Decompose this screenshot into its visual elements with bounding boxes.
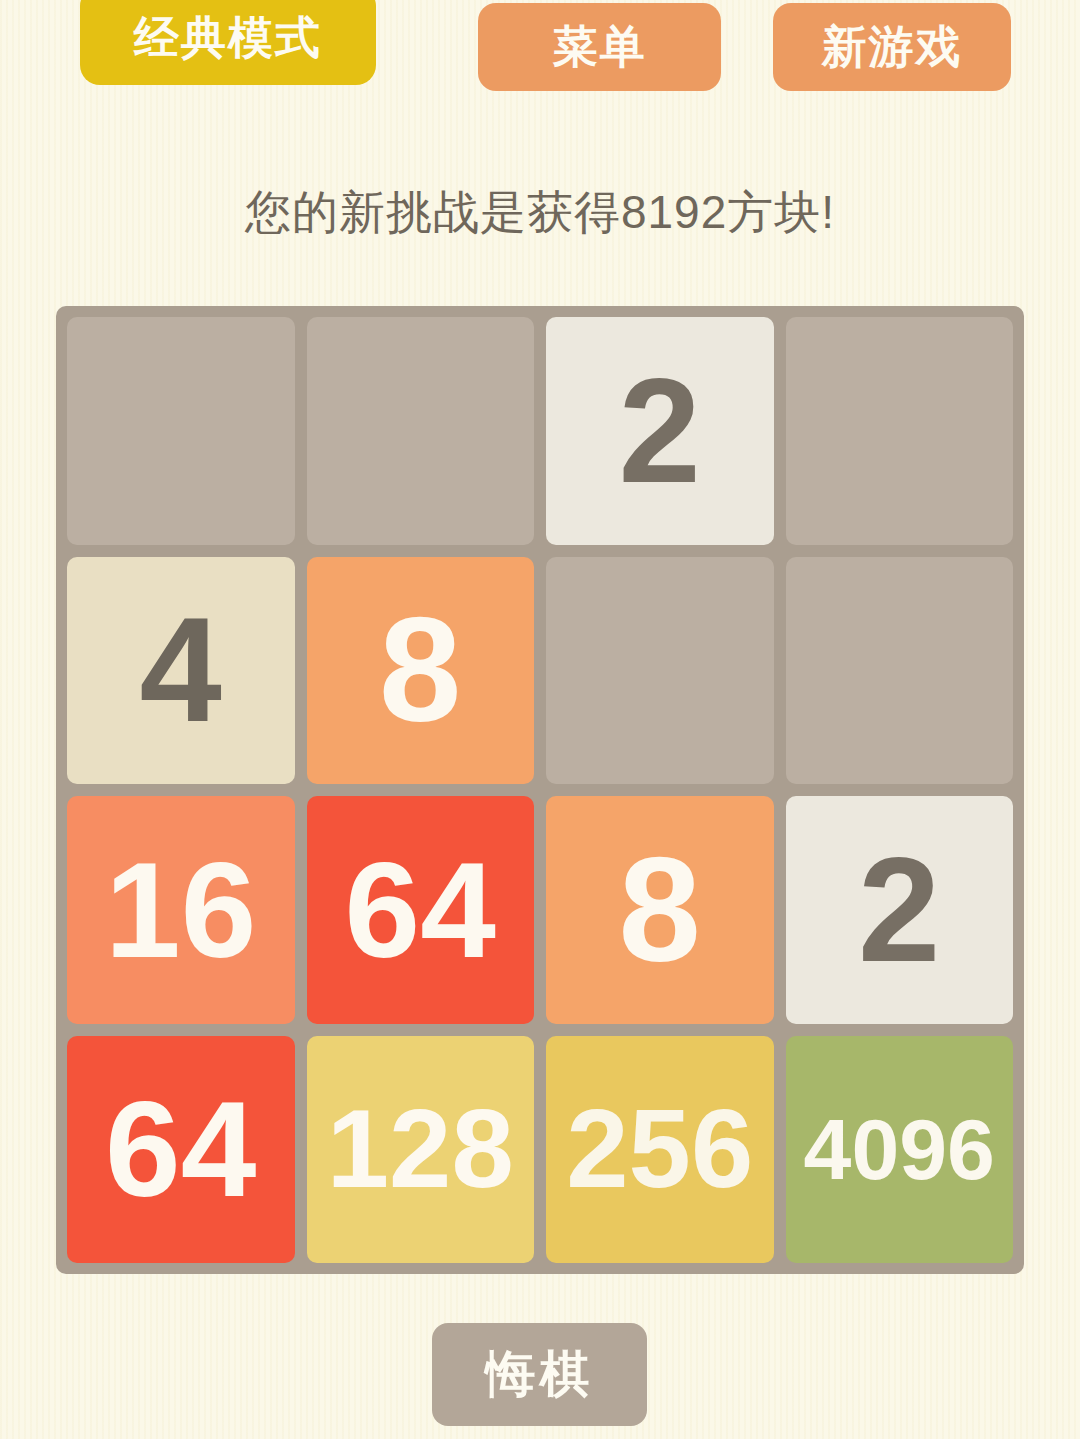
tile-4: 4 (67, 557, 295, 785)
challenge-text: 您的新挑战是获得8192方块! (0, 182, 1080, 244)
tile-64: 64 (307, 796, 535, 1024)
game-screen: 经典模式 菜单 新游戏 您的新挑战是获得8192方块! 248166482641… (0, 0, 1080, 1439)
empty-cell (307, 317, 535, 545)
empty-cell (786, 557, 1014, 785)
classic-mode-button[interactable]: 经典模式 (80, 0, 376, 85)
undo-button[interactable]: 悔棋 (432, 1323, 647, 1426)
tile-256: 256 (546, 1036, 774, 1264)
tile-8: 8 (307, 557, 535, 785)
tile-2: 2 (786, 796, 1014, 1024)
board-grid[interactable]: 248166482641282564096 (56, 306, 1024, 1274)
empty-cell (786, 317, 1014, 545)
tile-8: 8 (546, 796, 774, 1024)
new-game-button[interactable]: 新游戏 (773, 3, 1011, 91)
empty-cell (67, 317, 295, 545)
tile-2: 2 (546, 317, 774, 545)
tile-16: 16 (67, 796, 295, 1024)
tile-64: 64 (67, 1036, 295, 1264)
tile-4096: 4096 (786, 1036, 1014, 1264)
menu-button[interactable]: 菜单 (478, 3, 721, 91)
tile-128: 128 (307, 1036, 535, 1264)
empty-cell (546, 557, 774, 785)
